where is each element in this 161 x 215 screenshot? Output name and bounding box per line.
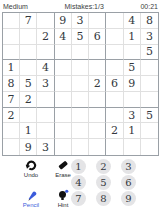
numpad-9[interactable]: 9 <box>121 191 136 206</box>
cell-r3c4[interactable] <box>55 45 72 61</box>
mistakes-counter: Mistakes:1/3 <box>65 3 104 10</box>
cell-r4c3[interactable]: 4 <box>37 60 54 76</box>
numpad-3[interactable]: 3 <box>121 159 136 174</box>
cell-r7c1[interactable]: 2 <box>3 108 20 124</box>
cell-r3c8[interactable] <box>124 45 141 61</box>
cell-r4c5[interactable] <box>72 60 89 76</box>
numpad-2[interactable]: 2 <box>96 159 111 174</box>
cell-r2c6[interactable]: 6 <box>89 29 106 45</box>
cell-r6c9[interactable] <box>141 92 158 108</box>
cell-r8c9[interactable] <box>141 123 158 139</box>
cell-r5c7[interactable]: 6 <box>106 76 123 92</box>
undo-label: Undo <box>24 172 38 178</box>
cell-r2c1[interactable] <box>3 29 20 45</box>
cell-r8c1[interactable] <box>3 123 20 139</box>
pencil-button[interactable]: Pencil <box>14 189 48 215</box>
cell-r6c5[interactable] <box>72 92 89 108</box>
cell-r3c9[interactable]: 5 <box>141 45 158 61</box>
cell-r5c4[interactable] <box>55 76 72 92</box>
cell-r1c8[interactable]: 4 <box>124 13 141 29</box>
cell-r8c8[interactable]: 1 <box>124 123 141 139</box>
cell-r9c7[interactable] <box>106 139 123 155</box>
number-pad: 123456789 <box>71 159 136 206</box>
cell-r8c6[interactable] <box>89 123 106 139</box>
cell-r5c3[interactable]: 3 <box>37 76 54 92</box>
erase-label: Erase <box>55 172 71 178</box>
cell-r8c5[interactable] <box>72 123 89 139</box>
cell-r1c5[interactable]: 3 <box>72 13 89 29</box>
cell-r1c7[interactable] <box>106 13 123 29</box>
cell-r3c6[interactable] <box>89 45 106 61</box>
cell-r9c1[interactable] <box>3 139 20 155</box>
hint-bulb-icon <box>57 189 69 201</box>
cell-r6c1[interactable]: 7 <box>3 92 20 108</box>
undo-icon <box>25 159 37 171</box>
cell-r8c7[interactable]: 2 <box>106 123 123 139</box>
cell-r2c2[interactable] <box>20 29 37 45</box>
status-bar: Medium Mistakes:1/3 00:21 <box>0 0 161 12</box>
numpad-4[interactable]: 4 <box>71 175 86 190</box>
difficulty-label: Medium <box>3 3 28 10</box>
cell-r4c9[interactable] <box>141 60 158 76</box>
pencil-label: Pencil <box>23 202 39 208</box>
cell-r7c5[interactable] <box>72 108 89 124</box>
cell-r2c5[interactable]: 5 <box>72 29 89 45</box>
cell-r9c5[interactable] <box>72 139 89 155</box>
cell-r4c1[interactable]: 1 <box>3 60 20 76</box>
cell-r4c7[interactable] <box>106 60 123 76</box>
cell-r7c6[interactable] <box>89 108 106 124</box>
timer: 00:21 <box>140 3 158 10</box>
cell-r3c3[interactable] <box>37 45 54 61</box>
sudoku-board: 7934824561351458532697223512193 <box>2 12 159 156</box>
cell-r3c2[interactable] <box>20 45 37 61</box>
cell-r2c7[interactable] <box>106 29 123 45</box>
hint-label: Hint <box>58 202 69 208</box>
cell-r5c8[interactable]: 9 <box>124 76 141 92</box>
cell-r4c4[interactable] <box>55 60 72 76</box>
cell-r7c2[interactable] <box>20 108 37 124</box>
cell-r6c4[interactable] <box>55 92 72 108</box>
cell-r6c8[interactable] <box>124 92 141 108</box>
cell-r8c3[interactable] <box>37 123 54 139</box>
cell-r7c9[interactable]: 5 <box>141 108 158 124</box>
undo-button[interactable]: Undo <box>14 159 48 185</box>
cell-r5c6[interactable]: 2 <box>89 76 106 92</box>
cell-r9c6[interactable] <box>89 139 106 155</box>
cell-r1c6[interactable] <box>89 13 106 29</box>
cell-r5c2[interactable]: 5 <box>20 76 37 92</box>
cell-r6c6[interactable] <box>89 92 106 108</box>
cell-r2c9[interactable]: 3 <box>141 29 158 45</box>
cell-r6c2[interactable]: 2 <box>20 92 37 108</box>
cell-r9c2[interactable]: 9 <box>20 139 37 155</box>
cell-r9c3[interactable]: 3 <box>37 139 54 155</box>
cell-r7c4[interactable] <box>55 108 72 124</box>
cell-r8c4[interactable] <box>55 123 72 139</box>
numpad-7[interactable]: 7 <box>71 191 86 206</box>
cell-r1c4[interactable]: 9 <box>55 13 72 29</box>
cell-r2c3[interactable]: 2 <box>37 29 54 45</box>
cell-r1c9[interactable]: 8 <box>141 13 158 29</box>
cell-r5c1[interactable]: 8 <box>3 76 20 92</box>
cell-r7c7[interactable] <box>106 108 123 124</box>
numpad-8[interactable]: 8 <box>96 191 111 206</box>
cell-r3c5[interactable] <box>72 45 89 61</box>
cell-r6c7[interactable] <box>106 92 123 108</box>
cell-r9c9[interactable] <box>141 139 158 155</box>
numpad-6[interactable]: 6 <box>121 175 136 190</box>
pencil-icon <box>25 189 37 201</box>
cell-r7c3[interactable] <box>37 108 54 124</box>
cell-r2c8[interactable]: 1 <box>124 29 141 45</box>
numpad-5[interactable]: 5 <box>96 175 111 190</box>
cell-r2c4[interactable]: 4 <box>55 29 72 45</box>
cell-r1c1[interactable] <box>3 13 20 29</box>
cell-r9c4[interactable] <box>55 139 72 155</box>
cell-r5c5[interactable] <box>72 76 89 92</box>
cell-r3c1[interactable] <box>3 45 20 61</box>
cell-r4c6[interactable] <box>89 60 106 76</box>
cell-r1c2[interactable]: 7 <box>20 13 37 29</box>
eraser-icon <box>57 159 69 171</box>
cell-r8c2[interactable]: 1 <box>20 123 37 139</box>
cell-r5c9[interactable] <box>141 76 158 92</box>
cell-r4c2[interactable] <box>20 60 37 76</box>
cell-r4c8[interactable]: 5 <box>124 60 141 76</box>
cell-r6c3[interactable] <box>37 92 54 108</box>
cell-r7c8[interactable]: 3 <box>124 108 141 124</box>
cell-r3c7[interactable] <box>106 45 123 61</box>
cell-r9c8[interactable] <box>124 139 141 155</box>
cell-r1c3[interactable] <box>37 13 54 29</box>
numpad-1[interactable]: 1 <box>71 159 86 174</box>
